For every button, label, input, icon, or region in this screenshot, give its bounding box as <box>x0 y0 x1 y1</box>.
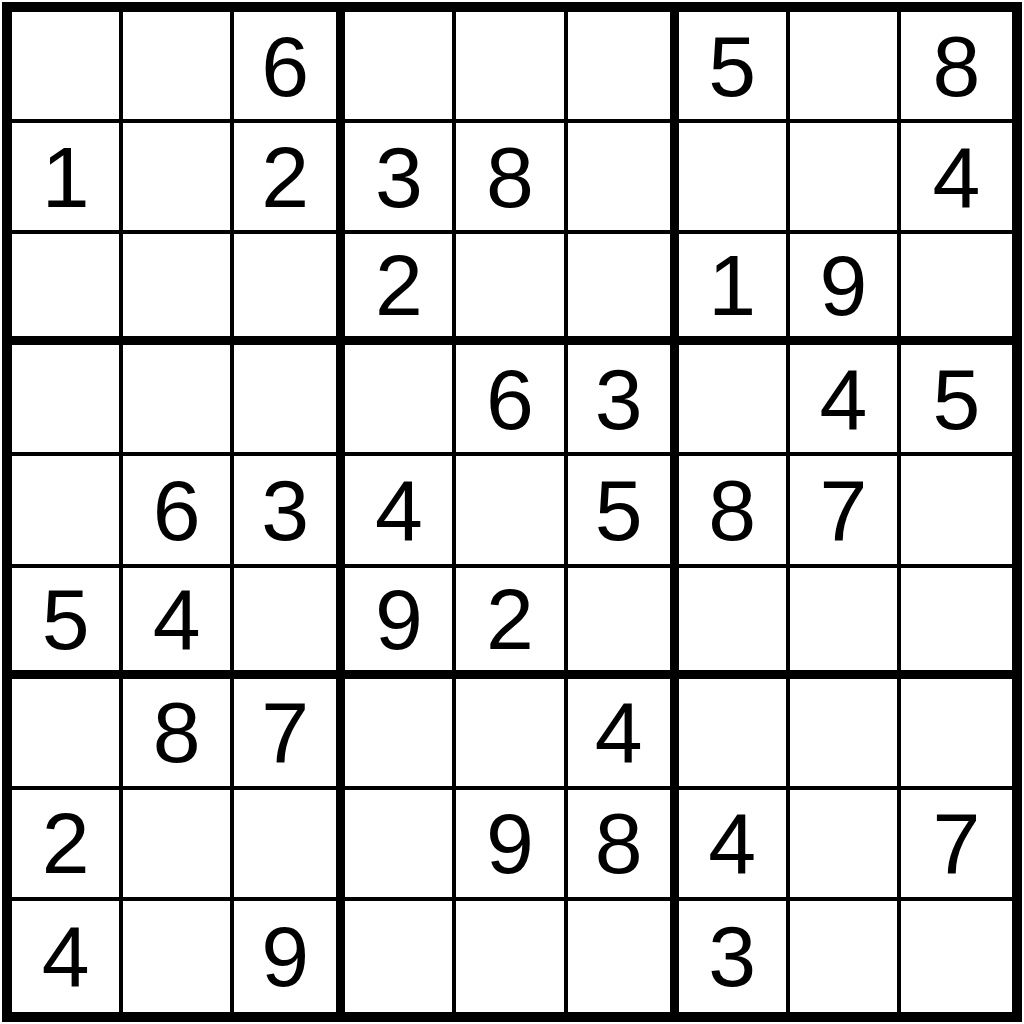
cell-r2c6[interactable] <box>568 123 679 234</box>
cell-r9c7[interactable]: 3 <box>679 901 790 1012</box>
cell-r2c9[interactable]: 4 <box>901 123 1012 234</box>
cell-r4c5[interactable]: 6 <box>456 345 567 456</box>
cell-r7c1[interactable] <box>12 679 123 790</box>
cell-r5c8[interactable]: 7 <box>790 456 901 567</box>
cell-r9c5[interactable] <box>456 901 567 1012</box>
cell-r4c7[interactable] <box>679 345 790 456</box>
cell-r4c1[interactable] <box>12 345 123 456</box>
cell-r6c4[interactable]: 9 <box>345 568 456 679</box>
cell-r7c6[interactable]: 4 <box>568 679 679 790</box>
cell-r3c6[interactable] <box>568 234 679 345</box>
cell-r9c1[interactable]: 4 <box>12 901 123 1012</box>
cell-r8c6[interactable]: 8 <box>568 790 679 901</box>
cell-r4c2[interactable] <box>123 345 234 456</box>
cell-r5c1[interactable] <box>12 456 123 567</box>
sudoku-board: 658123842196345634587549287429847493 <box>2 2 1022 1022</box>
cell-r7c3[interactable]: 7 <box>234 679 345 790</box>
cell-r1c7[interactable]: 5 <box>679 12 790 123</box>
cell-r2c3[interactable]: 2 <box>234 123 345 234</box>
cell-r1c5[interactable] <box>456 12 567 123</box>
cell-r2c8[interactable] <box>790 123 901 234</box>
cell-r5c4[interactable]: 4 <box>345 456 456 567</box>
cell-r3c1[interactable] <box>12 234 123 345</box>
cell-r2c2[interactable] <box>123 123 234 234</box>
cell-r2c7[interactable] <box>679 123 790 234</box>
cell-r7c5[interactable] <box>456 679 567 790</box>
cell-r7c7[interactable] <box>679 679 790 790</box>
cell-r2c1[interactable]: 1 <box>12 123 123 234</box>
cell-r4c6[interactable]: 3 <box>568 345 679 456</box>
cell-r1c8[interactable] <box>790 12 901 123</box>
cell-r3c7[interactable]: 1 <box>679 234 790 345</box>
cell-r6c5[interactable]: 2 <box>456 568 567 679</box>
cell-r6c2[interactable]: 4 <box>123 568 234 679</box>
cell-r8c5[interactable]: 9 <box>456 790 567 901</box>
cell-r5c5[interactable] <box>456 456 567 567</box>
cell-r1c6[interactable] <box>568 12 679 123</box>
cell-r5c7[interactable]: 8 <box>679 456 790 567</box>
cell-r2c5[interactable]: 8 <box>456 123 567 234</box>
cell-r3c4[interactable]: 2 <box>345 234 456 345</box>
cell-r1c2[interactable] <box>123 12 234 123</box>
cell-r1c1[interactable] <box>12 12 123 123</box>
cell-r5c9[interactable] <box>901 456 1012 567</box>
cell-r8c3[interactable] <box>234 790 345 901</box>
cell-r9c4[interactable] <box>345 901 456 1012</box>
cell-r9c3[interactable]: 9 <box>234 901 345 1012</box>
cell-r9c9[interactable] <box>901 901 1012 1012</box>
cell-r9c6[interactable] <box>568 901 679 1012</box>
cell-r6c3[interactable] <box>234 568 345 679</box>
cell-r4c3[interactable] <box>234 345 345 456</box>
cell-r8c8[interactable] <box>790 790 901 901</box>
cell-r8c2[interactable] <box>123 790 234 901</box>
cell-r5c2[interactable]: 6 <box>123 456 234 567</box>
cell-r5c6[interactable]: 5 <box>568 456 679 567</box>
cell-r8c1[interactable]: 2 <box>12 790 123 901</box>
cell-r7c4[interactable] <box>345 679 456 790</box>
cell-r1c3[interactable]: 6 <box>234 12 345 123</box>
cell-r6c6[interactable] <box>568 568 679 679</box>
cell-r9c8[interactable] <box>790 901 901 1012</box>
cell-r7c2[interactable]: 8 <box>123 679 234 790</box>
cell-r6c9[interactable] <box>901 568 1012 679</box>
cell-r7c9[interactable] <box>901 679 1012 790</box>
cell-r6c8[interactable] <box>790 568 901 679</box>
cell-r8c9[interactable]: 7 <box>901 790 1012 901</box>
cell-r9c2[interactable] <box>123 901 234 1012</box>
cell-r6c1[interactable]: 5 <box>12 568 123 679</box>
cell-r3c2[interactable] <box>123 234 234 345</box>
cell-r3c3[interactable] <box>234 234 345 345</box>
cell-r4c8[interactable]: 4 <box>790 345 901 456</box>
cell-r3c8[interactable]: 9 <box>790 234 901 345</box>
cell-r8c7[interactable]: 4 <box>679 790 790 901</box>
cell-r1c4[interactable] <box>345 12 456 123</box>
cell-r4c4[interactable] <box>345 345 456 456</box>
cell-r8c4[interactable] <box>345 790 456 901</box>
cell-r5c3[interactable]: 3 <box>234 456 345 567</box>
cell-r3c9[interactable] <box>901 234 1012 345</box>
cell-r1c9[interactable]: 8 <box>901 12 1012 123</box>
cell-r2c4[interactable]: 3 <box>345 123 456 234</box>
cell-r3c5[interactable] <box>456 234 567 345</box>
cell-r4c9[interactable]: 5 <box>901 345 1012 456</box>
cell-r6c7[interactable] <box>679 568 790 679</box>
cell-r7c8[interactable] <box>790 679 901 790</box>
